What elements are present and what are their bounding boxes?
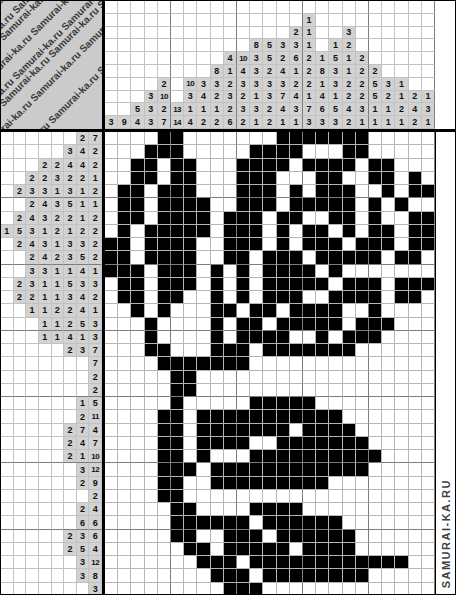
grid-cell-r28-c19-empty[interactable]	[343, 490, 356, 503]
grid-cell-r31-c12-filled[interactable]	[250, 530, 263, 543]
grid-cell-r11-c12-empty[interactable]	[250, 265, 263, 278]
grid-cell-r33-c11-empty[interactable]	[237, 556, 250, 569]
grid-cell-r14-c25-empty[interactable]	[422, 304, 435, 317]
grid-cell-r27-c12-filled[interactable]	[250, 477, 263, 490]
grid-cell-r10-c12-empty[interactable]	[250, 251, 263, 264]
grid-cell-r1-c6-filled[interactable]	[171, 132, 184, 145]
grid-cell-r12-c20-filled[interactable]	[356, 278, 369, 291]
grid-cell-r19-c15-empty[interactable]	[290, 371, 303, 384]
grid-cell-r27-c17-filled[interactable]	[316, 477, 329, 490]
grid-cell-r35-c1-empty[interactable]	[105, 583, 118, 595]
grid-cell-r4-c3-filled[interactable]	[131, 172, 144, 185]
grid-cell-r9-c15-empty[interactable]	[290, 238, 303, 251]
grid-cell-r9-c11-filled[interactable]	[237, 238, 250, 251]
grid-cell-r16-c9-filled[interactable]	[211, 331, 224, 344]
grid-cell-r29-c13-filled[interactable]	[263, 503, 276, 516]
grid-cell-r13-c2-filled[interactable]	[118, 291, 131, 304]
grid-cell-r24-c17-filled[interactable]	[316, 437, 329, 450]
grid-cell-r31-c19-filled[interactable]	[343, 530, 356, 543]
grid-cell-r5-c1-empty[interactable]	[105, 185, 118, 198]
grid-cell-r20-c4-empty[interactable]	[145, 384, 158, 397]
grid-cell-r30-c25-empty[interactable]	[422, 516, 435, 529]
grid-cell-r30-c23-empty[interactable]	[395, 516, 408, 529]
grid-cell-r17-c3-empty[interactable]	[131, 344, 144, 357]
grid-cell-r24-c25-empty[interactable]	[422, 437, 435, 450]
grid-cell-r7-c13-empty[interactable]	[263, 212, 276, 225]
grid-cell-r5-c6-filled[interactable]	[171, 185, 184, 198]
grid-cell-r19-c17-empty[interactable]	[316, 371, 329, 384]
grid-cell-r3-c14-filled[interactable]	[277, 159, 290, 172]
grid-cell-r28-c23-empty[interactable]	[395, 490, 408, 503]
grid-cell-r12-c24-filled[interactable]	[409, 278, 422, 291]
grid-cell-r24-c11-filled[interactable]	[237, 437, 250, 450]
grid-cell-r31-c11-filled[interactable]	[237, 530, 250, 543]
grid-cell-r34-c17-filled[interactable]	[316, 569, 329, 582]
grid-cell-r27-c10-filled[interactable]	[224, 477, 237, 490]
grid-cell-r25-c13-filled[interactable]	[263, 450, 276, 463]
grid-cell-r28-c8-empty[interactable]	[197, 490, 210, 503]
grid-cell-r1-c5-filled[interactable]	[158, 132, 171, 145]
grid-cell-r21-c6-filled[interactable]	[171, 397, 184, 410]
grid-cell-r17-c2-empty[interactable]	[118, 344, 131, 357]
grid-cell-r32-c22-empty[interactable]	[382, 543, 395, 556]
grid-cell-r8-c12-filled[interactable]	[250, 225, 263, 238]
grid-cell-r22-c14-filled[interactable]	[277, 410, 290, 423]
grid-cell-r5-c8-empty[interactable]	[197, 185, 210, 198]
grid-cell-r5-c21-empty[interactable]	[369, 185, 382, 198]
grid-cell-r26-c25-empty[interactable]	[422, 463, 435, 476]
grid-cell-r20-c25-empty[interactable]	[422, 384, 435, 397]
grid-cell-r15-c13-empty[interactable]	[263, 318, 276, 331]
grid-cell-r27-c21-empty[interactable]	[369, 477, 382, 490]
grid-cell-r34-c22-empty[interactable]	[382, 569, 395, 582]
grid-cell-r24-c15-filled[interactable]	[290, 437, 303, 450]
grid-cell-r16-c11-filled[interactable]	[237, 331, 250, 344]
grid-cell-r19-c9-empty[interactable]	[211, 371, 224, 384]
grid-cell-r33-c14-filled[interactable]	[277, 556, 290, 569]
grid-cell-r17-c16-filled[interactable]	[303, 344, 316, 357]
grid-cell-r4-c20-empty[interactable]	[356, 172, 369, 185]
grid-cell-r32-c25-empty[interactable]	[422, 543, 435, 556]
grid-cell-r24-c2-empty[interactable]	[118, 437, 131, 450]
grid-cell-r30-c12-empty[interactable]	[250, 516, 263, 529]
grid-cell-r1-c24-empty[interactable]	[409, 132, 422, 145]
grid-cell-r10-c3-empty[interactable]	[131, 251, 144, 264]
grid-cell-r24-c7-empty[interactable]	[184, 437, 197, 450]
grid-cell-r11-c25-empty[interactable]	[422, 265, 435, 278]
grid-cell-r12-c3-filled[interactable]	[131, 278, 144, 291]
grid-cell-r17-c24-empty[interactable]	[409, 344, 422, 357]
grid-cell-r19-c19-empty[interactable]	[343, 371, 356, 384]
grid-cell-r2-c21-empty[interactable]	[369, 145, 382, 158]
grid-cell-r10-c19-filled[interactable]	[343, 251, 356, 264]
grid-cell-r18-c24-empty[interactable]	[409, 357, 422, 370]
grid-cell-r28-c15-empty[interactable]	[290, 490, 303, 503]
grid-cell-r17-c13-filled[interactable]	[263, 344, 276, 357]
grid-cell-r2-c22-empty[interactable]	[382, 145, 395, 158]
grid-cell-r26-c11-filled[interactable]	[237, 463, 250, 476]
grid-cell-r7-c15-filled[interactable]	[290, 212, 303, 225]
grid-cell-r14-c22-empty[interactable]	[382, 304, 395, 317]
grid-cell-r21-c18-empty[interactable]	[329, 397, 342, 410]
grid-cell-r3-c9-empty[interactable]	[211, 159, 224, 172]
grid-cell-r34-c15-filled[interactable]	[290, 569, 303, 582]
grid-cell-r29-c16-empty[interactable]	[303, 503, 316, 516]
grid-cell-r9-c9-empty[interactable]	[211, 238, 224, 251]
grid-cell-r27-c7-empty[interactable]	[184, 477, 197, 490]
grid-cell-r11-c11-filled[interactable]	[237, 265, 250, 278]
grid-cell-r14-c14-empty[interactable]	[277, 304, 290, 317]
grid-cell-r33-c5-empty[interactable]	[158, 556, 171, 569]
grid-cell-r32-c12-filled[interactable]	[250, 543, 263, 556]
grid-cell-r3-c6-filled[interactable]	[171, 159, 184, 172]
grid-cell-r27-c1-empty[interactable]	[105, 477, 118, 490]
grid-cell-r32-c4-empty[interactable]	[145, 543, 158, 556]
grid-cell-r3-c7-filled[interactable]	[184, 159, 197, 172]
grid-cell-r16-c15-empty[interactable]	[290, 331, 303, 344]
grid-cell-r7-c12-filled[interactable]	[250, 212, 263, 225]
grid-cell-r7-c5-filled[interactable]	[158, 212, 171, 225]
grid-cell-r33-c2-empty[interactable]	[118, 556, 131, 569]
grid-cell-r29-c9-empty[interactable]	[211, 503, 224, 516]
grid-cell-r2-c25-empty[interactable]	[422, 145, 435, 158]
grid-cell-r23-c13-filled[interactable]	[263, 424, 276, 437]
grid-cell-r13-c1-empty[interactable]	[105, 291, 118, 304]
grid-cell-r9-c7-filled[interactable]	[184, 238, 197, 251]
grid-cell-r17-c12-empty[interactable]	[250, 344, 263, 357]
grid-cell-r23-c14-filled[interactable]	[277, 424, 290, 437]
grid-cell-r4-c4-filled[interactable]	[145, 172, 158, 185]
grid-cell-r24-c24-empty[interactable]	[409, 437, 422, 450]
grid-cell-r21-c14-filled[interactable]	[277, 397, 290, 410]
grid-cell-r34-c4-empty[interactable]	[145, 569, 158, 582]
grid-cell-r23-c17-filled[interactable]	[316, 424, 329, 437]
grid-cell-r19-c23-empty[interactable]	[395, 371, 408, 384]
grid-cell-r28-c21-empty[interactable]	[369, 490, 382, 503]
grid-cell-r22-c19-empty[interactable]	[343, 410, 356, 423]
grid-cell-r20-c3-empty[interactable]	[131, 384, 144, 397]
grid-cell-r11-c15-filled[interactable]	[290, 265, 303, 278]
grid-cell-r7-c6-filled[interactable]	[171, 212, 184, 225]
grid-cell-r30-c21-empty[interactable]	[369, 516, 382, 529]
grid-cell-r35-c11-filled[interactable]	[237, 583, 250, 595]
grid-cell-r17-c10-filled[interactable]	[224, 344, 237, 357]
grid-cell-r2-c20-filled[interactable]	[356, 145, 369, 158]
grid-cell-r15-c21-filled[interactable]	[369, 318, 382, 331]
grid-cell-r4-c18-filled[interactable]	[329, 172, 342, 185]
grid-cell-r4-c2-empty[interactable]	[118, 172, 131, 185]
grid-cell-r25-c17-filled[interactable]	[316, 450, 329, 463]
grid-cell-r2-c15-filled[interactable]	[290, 145, 303, 158]
grid-cell-r14-c7-empty[interactable]	[184, 304, 197, 317]
grid-cell-r30-c6-filled[interactable]	[171, 516, 184, 529]
grid-cell-r18-c25-empty[interactable]	[422, 357, 435, 370]
grid-cell-r12-c12-empty[interactable]	[250, 278, 263, 291]
grid-cell-r11-c17-empty[interactable]	[316, 265, 329, 278]
grid-cell-r6-c19-filled[interactable]	[343, 198, 356, 211]
grid-cell-r29-c1-empty[interactable]	[105, 503, 118, 516]
grid-cell-r15-c17-filled[interactable]	[316, 318, 329, 331]
grid-cell-r33-c19-filled[interactable]	[343, 556, 356, 569]
grid-cell-r20-c5-empty[interactable]	[158, 384, 171, 397]
grid-cell-r9-c23-empty[interactable]	[395, 238, 408, 251]
grid-cell-r8-c9-empty[interactable]	[211, 225, 224, 238]
grid-cell-r7-c19-filled[interactable]	[343, 212, 356, 225]
grid-cell-r10-c2-filled[interactable]	[118, 251, 131, 264]
grid-cell-r12-c16-filled[interactable]	[303, 278, 316, 291]
grid-cell-r13-c12-empty[interactable]	[250, 291, 263, 304]
grid-cell-r7-c10-filled[interactable]	[224, 212, 237, 225]
grid-cell-r16-c25-empty[interactable]	[422, 331, 435, 344]
grid-cell-r26-c21-empty[interactable]	[369, 463, 382, 476]
grid-cell-r23-c15-empty[interactable]	[290, 424, 303, 437]
grid-cell-r23-c22-empty[interactable]	[382, 424, 395, 437]
grid-cell-r15-c23-empty[interactable]	[395, 318, 408, 331]
grid-cell-r26-c10-filled[interactable]	[224, 463, 237, 476]
grid-cell-r8-c21-filled[interactable]	[369, 225, 382, 238]
grid-cell-r17-c17-filled[interactable]	[316, 344, 329, 357]
grid-cell-r1-c12-empty[interactable]	[250, 132, 263, 145]
grid-cell-r30-c16-filled[interactable]	[303, 516, 316, 529]
grid-cell-r21-c3-empty[interactable]	[131, 397, 144, 410]
grid-cell-r8-c15-empty[interactable]	[290, 225, 303, 238]
grid-cell-r22-c17-filled[interactable]	[316, 410, 329, 423]
grid-cell-r9-c6-filled[interactable]	[171, 238, 184, 251]
grid-cell-r28-c11-empty[interactable]	[237, 490, 250, 503]
grid-cell-r1-c23-empty[interactable]	[395, 132, 408, 145]
grid-cell-r10-c14-filled[interactable]	[277, 251, 290, 264]
grid-cell-r25-c4-empty[interactable]	[145, 450, 158, 463]
grid-cell-r22-c1-empty[interactable]	[105, 410, 118, 423]
grid-cell-r22-c3-empty[interactable]	[131, 410, 144, 423]
grid-cell-r1-c25-empty[interactable]	[422, 132, 435, 145]
grid-cell-r25-c3-empty[interactable]	[131, 450, 144, 463]
grid-cell-r5-c20-empty[interactable]	[356, 185, 369, 198]
grid-cell-r1-c13-empty[interactable]	[263, 132, 276, 145]
grid-cell-r32-c7-filled[interactable]	[184, 543, 197, 556]
grid-cell-r28-c24-empty[interactable]	[409, 490, 422, 503]
grid-cell-r29-c25-empty[interactable]	[422, 503, 435, 516]
grid-cell-r4-c19-empty[interactable]	[343, 172, 356, 185]
grid-cell-r35-c9-empty[interactable]	[211, 583, 224, 595]
grid-cell-r4-c9-empty[interactable]	[211, 172, 224, 185]
grid-cell-r5-c24-filled[interactable]	[409, 185, 422, 198]
grid-cell-r10-c21-filled[interactable]	[369, 251, 382, 264]
grid-cell-r14-c11-empty[interactable]	[237, 304, 250, 317]
grid-cell-r7-c1-empty[interactable]	[105, 212, 118, 225]
grid-cell-r35-c24-empty[interactable]	[409, 583, 422, 595]
grid-cell-r14-c24-empty[interactable]	[409, 304, 422, 317]
grid-cell-r8-c6-filled[interactable]	[171, 225, 184, 238]
grid-cell-r35-c23-empty[interactable]	[395, 583, 408, 595]
grid-cell-r13-c5-filled[interactable]	[158, 291, 171, 304]
grid-cell-r27-c5-filled[interactable]	[158, 477, 171, 490]
grid-cell-r14-c23-empty[interactable]	[395, 304, 408, 317]
grid-cell-r31-c17-filled[interactable]	[316, 530, 329, 543]
grid-cell-r16-c19-filled[interactable]	[343, 331, 356, 344]
grid-cell-r13-c8-empty[interactable]	[197, 291, 210, 304]
grid-cell-r16-c2-empty[interactable]	[118, 331, 131, 344]
grid-cell-r25-c12-filled[interactable]	[250, 450, 263, 463]
grid-cell-r13-c10-empty[interactable]	[224, 291, 237, 304]
grid-cell-r22-c25-empty[interactable]	[422, 410, 435, 423]
grid-cell-r28-c1-empty[interactable]	[105, 490, 118, 503]
grid-cell-r8-c4-filled[interactable]	[145, 225, 158, 238]
grid-cell-r22-c24-empty[interactable]	[409, 410, 422, 423]
grid-cell-r29-c14-filled[interactable]	[277, 503, 290, 516]
grid-cell-r6-c2-filled[interactable]	[118, 198, 131, 211]
grid-cell-r5-c10-empty[interactable]	[224, 185, 237, 198]
grid-cell-r5-c9-empty[interactable]	[211, 185, 224, 198]
grid-cell-r3-c1-empty[interactable]	[105, 159, 118, 172]
grid-cell-r12-c23-filled[interactable]	[395, 278, 408, 291]
grid-cell-r30-c18-filled[interactable]	[329, 516, 342, 529]
grid-cell-r22-c12-filled[interactable]	[250, 410, 263, 423]
grid-cell-r5-c16-empty[interactable]	[303, 185, 316, 198]
grid-cell-r13-c22-empty[interactable]	[382, 291, 395, 304]
grid-cell-r9-c5-filled[interactable]	[158, 238, 171, 251]
grid-cell-r31-c5-empty[interactable]	[158, 530, 171, 543]
grid-cell-r10-c22-empty[interactable]	[382, 251, 395, 264]
grid-cell-r25-c14-filled[interactable]	[277, 450, 290, 463]
grid-cell-r4-c6-filled[interactable]	[171, 172, 184, 185]
grid-cell-r4-c10-empty[interactable]	[224, 172, 237, 185]
grid-cell-r23-c7-empty[interactable]	[184, 424, 197, 437]
grid-cell-r19-c1-empty[interactable]	[105, 371, 118, 384]
grid-cell-r11-c2-filled[interactable]	[118, 265, 131, 278]
grid-cell-r23-c20-empty[interactable]	[356, 424, 369, 437]
grid-cell-r10-c17-filled[interactable]	[316, 251, 329, 264]
grid-cell-r27-c16-filled[interactable]	[303, 477, 316, 490]
grid-cell-r15-c3-empty[interactable]	[131, 318, 144, 331]
grid-cell-r27-c13-filled[interactable]	[263, 477, 276, 490]
grid-cell-r2-c19-filled[interactable]	[343, 145, 356, 158]
grid-cell-r28-c9-empty[interactable]	[211, 490, 224, 503]
grid-cell-r31-c20-empty[interactable]	[356, 530, 369, 543]
grid-cell-r14-c12-filled[interactable]	[250, 304, 263, 317]
grid-cell-r15-c7-empty[interactable]	[184, 318, 197, 331]
grid-cell-r27-c20-empty[interactable]	[356, 477, 369, 490]
grid-cell-r33-c4-empty[interactable]	[145, 556, 158, 569]
grid-cell-r12-c2-filled[interactable]	[118, 278, 131, 291]
grid-cell-r33-c23-filled[interactable]	[395, 556, 408, 569]
grid-cell-r15-c15-filled[interactable]	[290, 318, 303, 331]
grid-cell-r21-c7-empty[interactable]	[184, 397, 197, 410]
grid-cell-r31-c15-filled[interactable]	[290, 530, 303, 543]
grid-cell-r2-c24-empty[interactable]	[409, 145, 422, 158]
grid-cell-r9-c14-filled[interactable]	[277, 238, 290, 251]
grid-cell-r11-c7-filled[interactable]	[184, 265, 197, 278]
grid-cell-r6-c10-empty[interactable]	[224, 198, 237, 211]
grid-cell-r14-c6-empty[interactable]	[171, 304, 184, 317]
grid-cell-r21-c23-empty[interactable]	[395, 397, 408, 410]
grid-cell-r25-c18-filled[interactable]	[329, 450, 342, 463]
grid-cell-r20-c22-empty[interactable]	[382, 384, 395, 397]
grid-cell-r4-c13-filled[interactable]	[263, 172, 276, 185]
grid-cell-r22-c11-filled[interactable]	[237, 410, 250, 423]
grid-cell-r28-c13-empty[interactable]	[263, 490, 276, 503]
grid-cell-r21-c24-empty[interactable]	[409, 397, 422, 410]
grid-cell-r17-c7-empty[interactable]	[184, 344, 197, 357]
grid-cell-r7-c3-filled[interactable]	[131, 212, 144, 225]
grid-cell-r8-c7-filled[interactable]	[184, 225, 197, 238]
grid-cell-r9-c1-filled[interactable]	[105, 238, 118, 251]
grid-cell-r8-c20-empty[interactable]	[356, 225, 369, 238]
grid-cell-r22-c5-filled[interactable]	[158, 410, 171, 423]
grid-cell-r11-c18-filled[interactable]	[329, 265, 342, 278]
grid-cell-r6-c24-empty[interactable]	[409, 198, 422, 211]
grid-cell-r35-c12-filled[interactable]	[250, 583, 263, 595]
grid-cell-r9-c10-filled[interactable]	[224, 238, 237, 251]
grid-cell-r25-c8-filled[interactable]	[197, 450, 210, 463]
grid-cell-r33-c21-filled[interactable]	[369, 556, 382, 569]
grid-cell-r24-c19-filled[interactable]	[343, 437, 356, 450]
grid-cell-r16-c22-empty[interactable]	[382, 331, 395, 344]
grid-cell-r11-c6-filled[interactable]	[171, 265, 184, 278]
grid-cell-r12-c4-empty[interactable]	[145, 278, 158, 291]
grid-cell-r19-c3-empty[interactable]	[131, 371, 144, 384]
grid-cell-r29-c17-empty[interactable]	[316, 503, 329, 516]
grid-cell-r29-c4-empty[interactable]	[145, 503, 158, 516]
grid-cell-r11-c16-filled[interactable]	[303, 265, 316, 278]
grid-cell-r9-c22-filled[interactable]	[382, 238, 395, 251]
grid-cell-r14-c10-filled[interactable]	[224, 304, 237, 317]
grid-cell-r25-c2-empty[interactable]	[118, 450, 131, 463]
grid-cell-r17-c9-filled[interactable]	[211, 344, 224, 357]
grid-cell-r5-c23-empty[interactable]	[395, 185, 408, 198]
grid-cell-r31-c4-empty[interactable]	[145, 530, 158, 543]
grid-cell-r31-c1-empty[interactable]	[105, 530, 118, 543]
grid-cell-r13-c18-filled[interactable]	[329, 291, 342, 304]
grid-cell-r20-c20-empty[interactable]	[356, 384, 369, 397]
grid-cell-r6-c8-filled[interactable]	[197, 198, 210, 211]
grid-cell-r15-c9-filled[interactable]	[211, 318, 224, 331]
grid-cell-r22-c8-filled[interactable]	[197, 410, 210, 423]
grid-cell-r9-c2-filled[interactable]	[118, 238, 131, 251]
grid-cell-r4-c1-empty[interactable]	[105, 172, 118, 185]
grid-cell-r12-c14-filled[interactable]	[277, 278, 290, 291]
grid-cell-r26-c24-empty[interactable]	[409, 463, 422, 476]
grid-cell-r16-c16-empty[interactable]	[303, 331, 316, 344]
grid-cell-r12-c10-empty[interactable]	[224, 278, 237, 291]
grid-cell-r16-c21-filled[interactable]	[369, 331, 382, 344]
grid-cell-r26-c3-empty[interactable]	[131, 463, 144, 476]
grid-cell-r5-c11-filled[interactable]	[237, 185, 250, 198]
grid-cell-r3-c22-filled[interactable]	[382, 159, 395, 172]
grid-cell-r34-c2-empty[interactable]	[118, 569, 131, 582]
grid-cell-r25-c11-empty[interactable]	[237, 450, 250, 463]
grid-cell-r12-c18-empty[interactable]	[329, 278, 342, 291]
grid-cell-r23-c3-empty[interactable]	[131, 424, 144, 437]
grid-cell-r31-c10-filled[interactable]	[224, 530, 237, 543]
grid-cell-r18-c5-filled[interactable]	[158, 357, 171, 370]
grid-cell-r11-c9-filled[interactable]	[211, 265, 224, 278]
grid-cell-r30-c3-empty[interactable]	[131, 516, 144, 529]
grid-cell-r15-c20-filled[interactable]	[356, 318, 369, 331]
grid-cell-r8-c19-filled[interactable]	[343, 225, 356, 238]
grid-cell-r27-c11-filled[interactable]	[237, 477, 250, 490]
grid-cell-r32-c23-empty[interactable]	[395, 543, 408, 556]
grid-cell-r32-c3-empty[interactable]	[131, 543, 144, 556]
grid-cell-r12-c11-filled[interactable]	[237, 278, 250, 291]
grid-cell-r31-c24-empty[interactable]	[409, 530, 422, 543]
grid-cell-r8-c16-filled[interactable]	[303, 225, 316, 238]
grid-cell-r14-c13-filled[interactable]	[263, 304, 276, 317]
grid-cell-r21-c11-empty[interactable]	[237, 397, 250, 410]
grid-cell-r28-c20-empty[interactable]	[356, 490, 369, 503]
grid-cell-r32-c15-empty[interactable]	[290, 543, 303, 556]
grid-cell-r14-c2-empty[interactable]	[118, 304, 131, 317]
